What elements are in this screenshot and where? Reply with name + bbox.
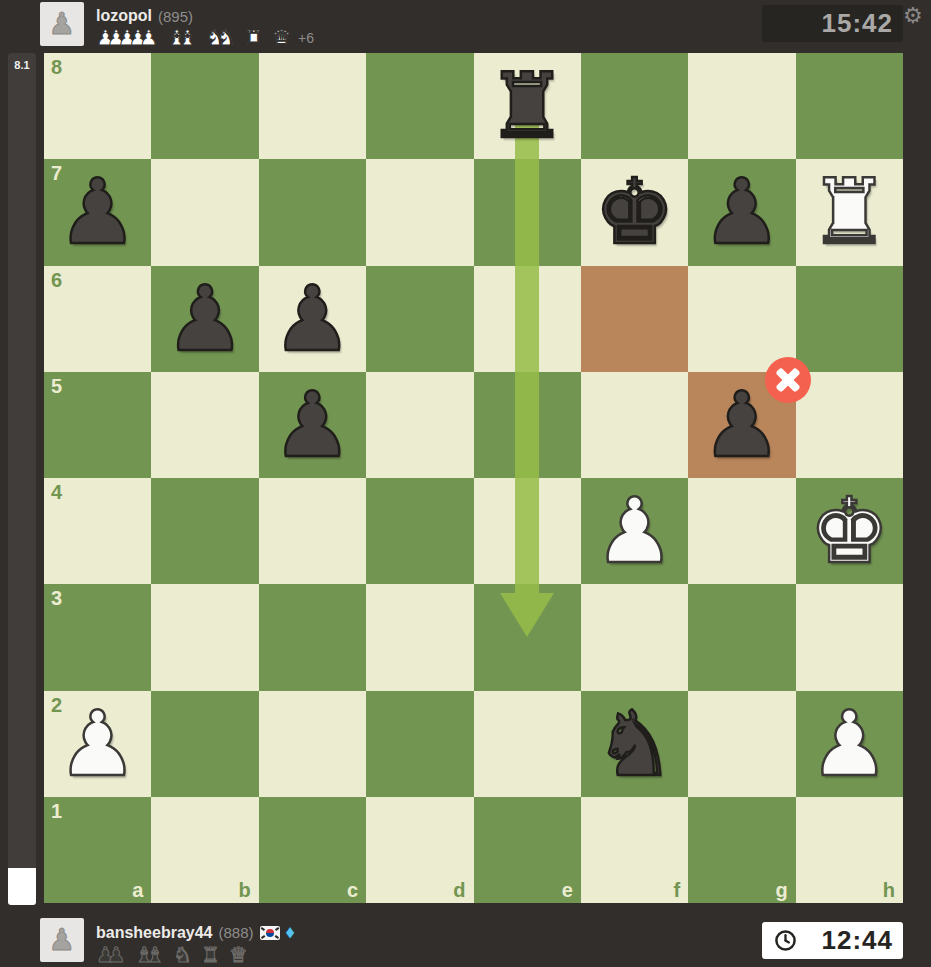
rank-label-5: 5 — [51, 375, 62, 398]
square-b7[interactable] — [151, 159, 258, 265]
square-a3[interactable]: 3 — [44, 584, 151, 690]
square-a4[interactable]: 4 — [44, 478, 151, 584]
black-rook-e8[interactable]: ♜ — [474, 53, 581, 159]
file-label-a: a — [132, 879, 143, 902]
square-b8[interactable] — [151, 53, 258, 159]
bottom-player-clock: 12:44 — [762, 922, 903, 959]
file-label-g: g — [775, 879, 787, 902]
square-h2[interactable]: ♟ — [796, 691, 903, 797]
top-player-avatar[interactable]: ♟ — [40, 2, 84, 46]
square-g1[interactable]: g — [688, 797, 795, 903]
square-c6[interactable]: ♟ — [259, 266, 366, 372]
square-d7[interactable] — [366, 159, 473, 265]
square-h8[interactable] — [796, 53, 903, 159]
gear-icon[interactable]: ⚙ — [903, 5, 923, 27]
square-b4[interactable] — [151, 478, 258, 584]
captured-pawn: ♟ — [107, 944, 126, 966]
file-label-c: c — [347, 879, 358, 902]
white-pawn-h2[interactable]: ♟ — [796, 691, 903, 797]
square-d3[interactable] — [366, 584, 473, 690]
square-a8[interactable]: 8 — [44, 53, 151, 159]
square-e2[interactable] — [474, 691, 581, 797]
square-d6[interactable] — [366, 266, 473, 372]
move-arrow — [515, 106, 539, 593]
black-pawn-c5[interactable]: ♟ — [259, 372, 366, 478]
square-c4[interactable] — [259, 478, 366, 584]
captured-knight: ♞ — [217, 27, 236, 49]
square-g7[interactable]: ♟ — [688, 159, 795, 265]
bottom-player-captured-pieces: ♟♟♝♝♞♜♛ — [96, 944, 248, 966]
square-g3[interactable] — [688, 584, 795, 690]
file-label-f: f — [674, 879, 681, 902]
rank-label-1: 1 — [51, 800, 62, 823]
square-f6[interactable] — [581, 266, 688, 372]
square-d5[interactable] — [366, 372, 473, 478]
square-f4[interactable]: ♟ — [581, 478, 688, 584]
white-king-h4[interactable]: ♚ — [796, 478, 903, 584]
chess-game-screen: ♟ lozopol (895) ♟♟♟♟♟♝♝♞♞♜♛+6 15:42 ⚙ 8.… — [0, 0, 931, 967]
black-knight-f2[interactable]: ♞ — [581, 691, 688, 797]
rank-label-8: 8 — [51, 56, 62, 79]
square-f3[interactable] — [581, 584, 688, 690]
square-h7[interactable]: ♜ — [796, 159, 903, 265]
bottom-player-avatar[interactable]: ♟ — [40, 918, 84, 962]
top-player-captured-pieces: ♟♟♟♟♟♝♝♞♞♜♛+6 — [96, 27, 314, 49]
avatar-pawn-icon: ♟ — [49, 918, 76, 962]
square-f5[interactable] — [581, 372, 688, 478]
captured-queen: ♛ — [229, 944, 248, 966]
square-a2[interactable]: 2♟ — [44, 691, 151, 797]
square-g8[interactable] — [688, 53, 795, 159]
square-h6[interactable] — [796, 266, 903, 372]
square-h5[interactable] — [796, 372, 903, 478]
square-f8[interactable] — [581, 53, 688, 159]
captured-knight: ♞ — [173, 944, 192, 966]
square-g2[interactable] — [688, 691, 795, 797]
black-pawn-g7[interactable]: ♟ — [688, 159, 795, 265]
square-a1[interactable]: 1a — [44, 797, 151, 903]
square-e1[interactable]: e — [474, 797, 581, 903]
square-b6[interactable]: ♟ — [151, 266, 258, 372]
square-f2[interactable]: ♞ — [581, 691, 688, 797]
bottom-player-username[interactable]: bansheebray44 — [96, 924, 213, 942]
square-a5[interactable]: 5 — [44, 372, 151, 478]
square-g6[interactable] — [688, 266, 795, 372]
serbia-flag-icon — [199, 9, 219, 23]
black-pawn-b6[interactable]: ♟ — [151, 266, 258, 372]
square-b3[interactable] — [151, 584, 258, 690]
white-pawn-f4[interactable]: ♟ — [581, 478, 688, 584]
file-label-e: e — [562, 879, 573, 902]
square-c2[interactable] — [259, 691, 366, 797]
square-d8[interactable] — [366, 53, 473, 159]
rank-label-6: 6 — [51, 269, 62, 292]
clock-icon — [774, 929, 797, 952]
square-h3[interactable] — [796, 584, 903, 690]
square-h1[interactable]: h — [796, 797, 903, 903]
chess-board[interactable]: 8♜7♟♚♟♜6♟♟5♟♟4♟♚32♟♞♟1abcdefgh — [44, 53, 903, 903]
material-advantage: +6 — [298, 30, 314, 46]
square-e8[interactable]: ♜ — [474, 53, 581, 159]
evaluation-bar: 8.1 — [8, 53, 36, 905]
rank-label-4: 4 — [51, 481, 62, 504]
bottom-player-name-row: bansheebray44 (888) ♦ — [96, 922, 295, 943]
square-f1[interactable]: f — [581, 797, 688, 903]
square-c3[interactable] — [259, 584, 366, 690]
file-label-h: h — [883, 879, 895, 902]
square-d1[interactable]: d — [366, 797, 473, 903]
avatar-pawn-icon: ♟ — [49, 2, 76, 46]
captured-bishop: ♝ — [178, 27, 197, 49]
square-d2[interactable] — [366, 691, 473, 797]
square-c1[interactable]: c — [259, 797, 366, 903]
evaluation-bar-white-section — [8, 868, 36, 905]
square-b1[interactable]: b — [151, 797, 258, 903]
top-player-name-row: lozopol (895) — [96, 7, 219, 25]
black-king-f7[interactable]: ♚ — [581, 159, 688, 265]
top-player-rating: (895) — [158, 8, 193, 25]
top-player-username[interactable]: lozopol — [96, 7, 152, 25]
file-label-d: d — [453, 879, 465, 902]
captured-pawn: ♟ — [139, 27, 158, 49]
premium-diamond-icon: ♦ — [286, 922, 295, 943]
square-d4[interactable] — [366, 478, 473, 584]
evaluation-score: 8.1 — [8, 59, 36, 71]
square-c7[interactable] — [259, 159, 366, 265]
captured-bishop: ♝ — [145, 944, 164, 966]
south-korea-flag-icon — [260, 926, 280, 940]
square-b2[interactable] — [151, 691, 258, 797]
square-g4[interactable] — [688, 478, 795, 584]
black-pawn-a7[interactable]: ♟ — [44, 159, 151, 265]
square-a7[interactable]: 7♟ — [44, 159, 151, 265]
move-arrow-head — [500, 593, 554, 637]
file-label-b: b — [239, 879, 251, 902]
square-h4[interactable]: ♚ — [796, 478, 903, 584]
square-a6[interactable]: 6 — [44, 266, 151, 372]
top-clock-time: 15:42 — [822, 8, 894, 39]
square-b5[interactable] — [151, 372, 258, 478]
black-pawn-c6[interactable]: ♟ — [259, 266, 366, 372]
square-f7[interactable]: ♚ — [581, 159, 688, 265]
bottom-player-rating: (888) — [219, 924, 254, 941]
captured-rook: ♜ — [201, 944, 220, 966]
captured-rook: ♜ — [244, 27, 263, 49]
white-rook-h7[interactable]: ♜ — [796, 159, 903, 265]
square-c5[interactable]: ♟ — [259, 372, 366, 478]
top-player-clock: 15:42 — [762, 5, 903, 42]
bottom-clock-time: 12:44 — [822, 925, 894, 956]
square-c8[interactable] — [259, 53, 366, 159]
captured-queen: ♛ — [272, 27, 291, 49]
white-pawn-a2[interactable]: ♟ — [44, 691, 151, 797]
rank-label-3: 3 — [51, 587, 62, 610]
